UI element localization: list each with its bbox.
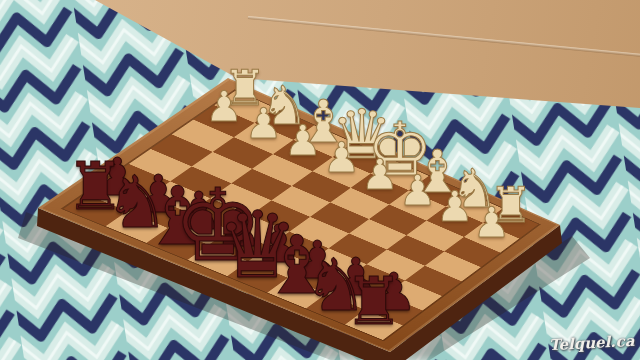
chess-set-photo: ♜♞♝♛♚♝♞♜♟♟♟♟♟♟♟♟♟♟♟♟♟♟♟♟♜♞♝♚♛♝♞♜ Telquel… [0, 0, 640, 360]
